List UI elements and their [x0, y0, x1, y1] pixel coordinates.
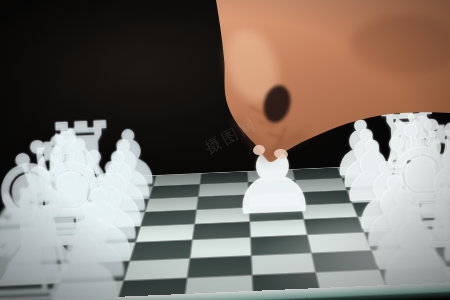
board-square	[312, 250, 378, 271]
pieces-layer: ♜♞♝♛♚♝♞♜♟♟♟♟♟♟♟♟♟♟♟♟♟♟♟♟♜♞♝♛♚♝♞♜	[0, 0, 443, 10]
board-square	[198, 195, 248, 210]
board-square	[251, 253, 314, 274]
board-square	[250, 220, 306, 237]
board-scene: ♜♞♝♛♚♝♞♜♟♟♟♟♟♟♟♟♟♟♟♟♟♟♟♟♜♞♝♛♚♝♞♜	[0, 0, 450, 300]
board-square	[372, 248, 442, 269]
board-square	[61, 261, 129, 283]
board-square	[194, 222, 250, 239]
board-square	[0, 284, 60, 300]
board-square	[249, 192, 300, 206]
board-square	[80, 227, 140, 245]
board-square	[304, 217, 363, 234]
board-square	[250, 236, 309, 255]
board-square	[347, 188, 402, 202]
board-square	[11, 245, 78, 265]
board-square	[301, 203, 357, 219]
board-square	[71, 243, 135, 262]
board-square	[191, 238, 250, 257]
board-square	[125, 258, 190, 279]
board-square	[33, 214, 93, 230]
board-square	[196, 208, 249, 224]
chess-board	[0, 163, 450, 300]
board-square	[358, 215, 420, 232]
board-square	[23, 229, 86, 247]
board-square	[396, 186, 450, 200]
board-square	[142, 210, 197, 226]
board-square	[308, 233, 370, 252]
board-square	[137, 224, 195, 242]
board-square	[249, 205, 302, 221]
board-square	[0, 264, 69, 286]
board-square	[352, 201, 410, 217]
board-square	[131, 240, 192, 259]
board-square	[189, 256, 251, 277]
board-square	[298, 190, 351, 204]
board-square	[404, 199, 450, 214]
photo-frame: ♜♞♝♛♚♝♞♜♟♟♟♟♟♟♟♟♟♟♟♟♟♟♟♟♜♞♝♛♚♝♞♜	[0, 0, 450, 300]
board-square	[365, 231, 430, 250]
board-square	[88, 212, 145, 228]
